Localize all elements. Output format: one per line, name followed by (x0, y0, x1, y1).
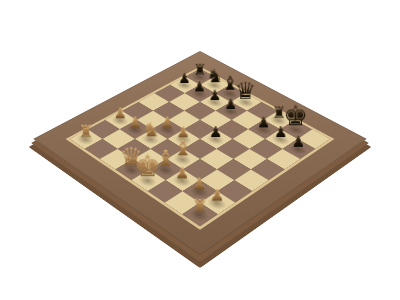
piece-white-rook-a1[interactable]: ♜ (62, 123, 109, 139)
piece-black-pawn-h7[interactable]: ♟ (274, 135, 322, 149)
piece-white-rook-h1[interactable]: ♜ (173, 197, 225, 215)
photo-scene: ♜♞♝♛♜♚♟♟♟♟♟♟♟♟♟♟♟♟♞♝♝♟♟♟♜♛♚♜ (0, 0, 400, 300)
chess-board: ♜♞♝♛♜♚♟♟♟♟♟♟♟♟♟♟♟♟♞♝♝♟♟♟♜♛♚♜ (33, 51, 367, 255)
piece-black-pawn-d7[interactable]: ♟ (208, 98, 253, 112)
piece-white-king-e1[interactable]: ♚ (123, 153, 173, 181)
